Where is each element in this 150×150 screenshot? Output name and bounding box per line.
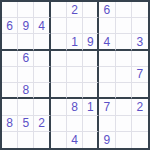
cell-r7c9: 2 — [132, 99, 148, 115]
cell-r6c4[interactable] — [51, 83, 67, 99]
cell-r7c3[interactable] — [34, 99, 50, 115]
cell-r3c3[interactable] — [34, 34, 50, 50]
cell-r5c8[interactable] — [116, 67, 132, 83]
cell-r3c5: 1 — [67, 34, 83, 50]
cell-r8c2: 5 — [18, 116, 34, 132]
cell-r3c6: 9 — [83, 34, 99, 50]
cell-r6c6[interactable] — [83, 83, 99, 99]
cell-r6c8[interactable] — [116, 83, 132, 99]
cell-r3c7: 4 — [99, 34, 115, 50]
cell-r4c8[interactable] — [116, 51, 132, 67]
cell-r7c6: 1 — [83, 99, 99, 115]
cell-r1c1[interactable] — [2, 2, 18, 18]
cell-r8c8[interactable] — [116, 116, 132, 132]
cell-r7c4[interactable] — [51, 99, 67, 115]
cell-r3c1[interactable] — [2, 34, 18, 50]
cell-r4c1[interactable] — [2, 51, 18, 67]
cell-r1c4[interactable] — [51, 2, 67, 18]
cell-r7c8[interactable] — [116, 99, 132, 115]
cell-r1c8[interactable] — [116, 2, 132, 18]
cell-r6c2: 8 — [18, 83, 34, 99]
cell-r2c9[interactable] — [132, 18, 148, 34]
cell-r4c6[interactable] — [83, 51, 99, 67]
cell-r5c2[interactable] — [18, 67, 34, 83]
cell-r2c7[interactable] — [99, 18, 115, 34]
cell-r2c3: 4 — [34, 18, 50, 34]
cell-r9c9[interactable] — [132, 132, 148, 148]
cell-r2c4[interactable] — [51, 18, 67, 34]
cell-r3c2[interactable] — [18, 34, 34, 50]
cell-r4c5[interactable] — [67, 51, 83, 67]
cell-r7c2[interactable] — [18, 99, 34, 115]
cell-r4c2: 6 — [18, 51, 34, 67]
sudoku-board: 266941943678817285249 — [0, 0, 150, 150]
cell-r3c8[interactable] — [116, 34, 132, 50]
cell-r9c3[interactable] — [34, 132, 50, 148]
cell-r8c7[interactable] — [99, 116, 115, 132]
cell-r5c4[interactable] — [51, 67, 67, 83]
cell-r8c6[interactable] — [83, 116, 99, 132]
cell-r9c6[interactable] — [83, 132, 99, 148]
cell-r9c7: 9 — [99, 132, 115, 148]
cell-r6c1[interactable] — [2, 83, 18, 99]
cell-r5c3[interactable] — [34, 67, 50, 83]
cell-r2c1: 6 — [2, 18, 18, 34]
cell-r6c3[interactable] — [34, 83, 50, 99]
cell-r1c5: 2 — [67, 2, 83, 18]
cell-r5c9: 7 — [132, 67, 148, 83]
cell-r4c9[interactable] — [132, 51, 148, 67]
cell-r8c1: 8 — [2, 116, 18, 132]
cell-r9c4[interactable] — [51, 132, 67, 148]
cell-r4c7[interactable] — [99, 51, 115, 67]
cell-r5c6[interactable] — [83, 67, 99, 83]
cell-r6c9[interactable] — [132, 83, 148, 99]
cell-r7c5: 8 — [67, 99, 83, 115]
cell-r6c5[interactable] — [67, 83, 83, 99]
cell-r7c7: 7 — [99, 99, 115, 115]
cell-r8c3: 2 — [34, 116, 50, 132]
cell-r2c5[interactable] — [67, 18, 83, 34]
cell-r5c5[interactable] — [67, 67, 83, 83]
cell-r9c8[interactable] — [116, 132, 132, 148]
cell-r5c1[interactable] — [2, 67, 18, 83]
cell-r9c1[interactable] — [2, 132, 18, 148]
cell-r1c2[interactable] — [18, 2, 34, 18]
cell-r2c8[interactable] — [116, 18, 132, 34]
cell-r8c4[interactable] — [51, 116, 67, 132]
cell-r5c7[interactable] — [99, 67, 115, 83]
cell-r4c3[interactable] — [34, 51, 50, 67]
cell-r1c7: 6 — [99, 2, 115, 18]
cell-r3c4[interactable] — [51, 34, 67, 50]
cell-r1c6[interactable] — [83, 2, 99, 18]
cell-r2c2: 9 — [18, 18, 34, 34]
cell-r4c4[interactable] — [51, 51, 67, 67]
cell-r8c5[interactable] — [67, 116, 83, 132]
cell-r7c1[interactable] — [2, 99, 18, 115]
cell-r8c9[interactable] — [132, 116, 148, 132]
cell-r2c6[interactable] — [83, 18, 99, 34]
cell-r9c2[interactable] — [18, 132, 34, 148]
cell-r6c7[interactable] — [99, 83, 115, 99]
cell-r1c3[interactable] — [34, 2, 50, 18]
cell-r9c5: 4 — [67, 132, 83, 148]
cell-r1c9[interactable] — [132, 2, 148, 18]
cell-r3c9: 3 — [132, 34, 148, 50]
